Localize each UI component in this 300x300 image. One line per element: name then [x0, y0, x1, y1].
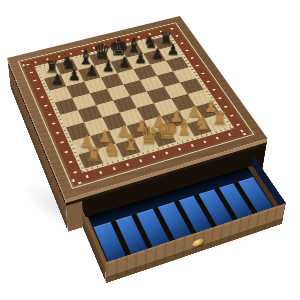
perspective-wrapper: ♜♞♝♛♚♝♞♜♟♟♟♟♟♟♟♟♟♟♟♟♟♟♟♟♜♞♝♛♚♝♞♜ [0, 0, 300, 300]
square-a7: ♟ [44, 75, 66, 91]
white-rook: ♜ [83, 146, 105, 165]
drawer-knob [192, 238, 204, 248]
product-photo-chess-box: ♜♞♝♛♚♝♞♜♟♟♟♟♟♟♟♟♟♟♟♟♟♟♟♟♜♞♝♛♚♝♞♜ [0, 0, 300, 300]
square-c6 [84, 77, 107, 93]
white-knight: ♞ [101, 139, 123, 159]
black-pawn: ♟ [65, 68, 85, 83]
black-pawn: ♟ [82, 64, 101, 79]
chess-case: ♜♞♝♛♚♝♞♜♟♟♟♟♟♟♟♟♟♟♟♟♟♟♟♟♜♞♝♛♚♝♞♜ [7, 16, 267, 199]
white-bishop: ♝ [120, 132, 142, 154]
black-pawn: ♟ [48, 72, 68, 87]
